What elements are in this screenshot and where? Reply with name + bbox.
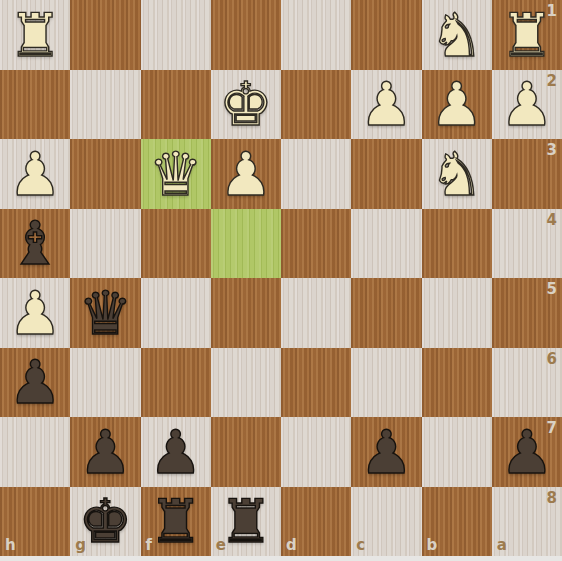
square-e6[interactable]	[211, 348, 281, 418]
square-c4[interactable]	[351, 209, 421, 279]
square-f2[interactable]	[141, 70, 211, 140]
square-h8[interactable]: h	[0, 487, 70, 557]
square-b1[interactable]: ♞	[422, 0, 492, 70]
piece-black-pawn-f7[interactable]: ♟	[141, 417, 211, 487]
square-a6[interactable]: 6	[492, 348, 562, 418]
square-e1[interactable]	[211, 0, 281, 70]
square-f4[interactable]	[141, 209, 211, 279]
square-h7[interactable]	[0, 417, 70, 487]
piece-black-rook-e8[interactable]: ♜	[211, 487, 281, 557]
square-b5[interactable]	[422, 278, 492, 348]
square-h1[interactable]: ♜	[0, 0, 70, 70]
file-label-d: d	[286, 536, 297, 554]
square-b2[interactable]: ♟	[422, 70, 492, 140]
square-a3[interactable]: 3	[492, 139, 562, 209]
file-label-a: a	[497, 536, 507, 554]
square-d2[interactable]	[281, 70, 351, 140]
square-d5[interactable]	[281, 278, 351, 348]
piece-black-pawn-a7[interactable]: ♟	[492, 417, 562, 487]
square-c5[interactable]	[351, 278, 421, 348]
square-c2[interactable]: ♟	[351, 70, 421, 140]
square-h2[interactable]	[0, 70, 70, 140]
square-g1[interactable]	[70, 0, 140, 70]
rank-label-3: 3	[547, 141, 557, 159]
square-h3[interactable]: ♟	[0, 139, 70, 209]
square-d4[interactable]	[281, 209, 351, 279]
square-g3[interactable]	[70, 139, 140, 209]
rank-label-4: 4	[547, 211, 557, 229]
square-d8[interactable]: d	[281, 487, 351, 557]
square-b6[interactable]	[422, 348, 492, 418]
square-d7[interactable]	[281, 417, 351, 487]
square-c8[interactable]: c	[351, 487, 421, 557]
chess-board: ♜♞1♜♚♟♟2♟♟♛♟♞3♝4♟♛5♟6♟♟♟7♟hg♚f♜e♜dcb8a	[0, 0, 562, 556]
square-c1[interactable]	[351, 0, 421, 70]
square-g5[interactable]: ♛	[70, 278, 140, 348]
square-e5[interactable]	[211, 278, 281, 348]
piece-black-rook-f8[interactable]: ♜	[141, 487, 211, 557]
piece-white-rook-a1[interactable]: ♜	[492, 0, 562, 70]
square-f5[interactable]	[141, 278, 211, 348]
rank-label-8: 8	[547, 489, 557, 507]
file-label-h: h	[5, 536, 16, 554]
piece-white-rook-h1[interactable]: ♜	[0, 0, 70, 70]
piece-white-pawn-a2[interactable]: ♟	[492, 70, 562, 140]
square-b7[interactable]	[422, 417, 492, 487]
square-e7[interactable]	[211, 417, 281, 487]
piece-white-pawn-h5[interactable]: ♟	[0, 278, 70, 348]
square-g6[interactable]	[70, 348, 140, 418]
square-e2[interactable]: ♚	[211, 70, 281, 140]
square-b8[interactable]: b	[422, 487, 492, 557]
square-f7[interactable]: ♟	[141, 417, 211, 487]
square-f8[interactable]: f♜	[141, 487, 211, 557]
square-f1[interactable]	[141, 0, 211, 70]
square-c6[interactable]	[351, 348, 421, 418]
square-b3[interactable]: ♞	[422, 139, 492, 209]
square-a5[interactable]: 5	[492, 278, 562, 348]
square-h4[interactable]: ♝	[0, 209, 70, 279]
square-d1[interactable]	[281, 0, 351, 70]
piece-black-pawn-h6[interactable]: ♟	[0, 348, 70, 418]
square-g2[interactable]	[70, 70, 140, 140]
file-label-c: c	[356, 536, 365, 554]
board-frame-strip	[0, 556, 562, 561]
square-a8[interactable]: 8a	[492, 487, 562, 557]
piece-white-knight-b1[interactable]: ♞	[422, 0, 492, 70]
square-e8[interactable]: e♜	[211, 487, 281, 557]
square-e4[interactable]	[211, 209, 281, 279]
square-f3[interactable]: ♛	[141, 139, 211, 209]
square-a1[interactable]: 1♜	[492, 0, 562, 70]
rank-label-5: 5	[547, 280, 557, 298]
piece-white-king-e2[interactable]: ♚	[211, 70, 281, 140]
piece-white-queen-f3[interactable]: ♛	[141, 139, 211, 209]
piece-black-pawn-g7[interactable]: ♟	[70, 417, 140, 487]
file-label-b: b	[427, 536, 438, 554]
piece-black-queen-g5[interactable]: ♛	[70, 278, 140, 348]
square-g4[interactable]	[70, 209, 140, 279]
chess-board-wrap: ♜♞1♜♚♟♟2♟♟♛♟♞3♝4♟♛5♟6♟♟♟7♟hg♚f♜e♜dcb8a	[0, 0, 562, 561]
rank-label-6: 6	[547, 350, 557, 368]
square-f6[interactable]	[141, 348, 211, 418]
square-b4[interactable]	[422, 209, 492, 279]
square-g7[interactable]: ♟	[70, 417, 140, 487]
piece-black-bishop-h4[interactable]: ♝	[0, 209, 70, 279]
square-g8[interactable]: g♚	[70, 487, 140, 557]
square-e3[interactable]: ♟	[211, 139, 281, 209]
piece-white-pawn-c2[interactable]: ♟	[351, 70, 421, 140]
piece-black-pawn-c7[interactable]: ♟	[351, 417, 421, 487]
piece-white-pawn-b2[interactable]: ♟	[422, 70, 492, 140]
piece-white-pawn-h3[interactable]: ♟	[0, 139, 70, 209]
piece-black-king-g8[interactable]: ♚	[70, 487, 140, 557]
square-d3[interactable]	[281, 139, 351, 209]
square-a4[interactable]: 4	[492, 209, 562, 279]
square-c3[interactable]	[351, 139, 421, 209]
square-a7[interactable]: 7♟	[492, 417, 562, 487]
square-h6[interactable]: ♟	[0, 348, 70, 418]
piece-white-pawn-e3[interactable]: ♟	[211, 139, 281, 209]
square-a2[interactable]: 2♟	[492, 70, 562, 140]
square-h5[interactable]: ♟	[0, 278, 70, 348]
square-c7[interactable]: ♟	[351, 417, 421, 487]
square-d6[interactable]	[281, 348, 351, 418]
piece-white-knight-b3[interactable]: ♞	[422, 139, 492, 209]
